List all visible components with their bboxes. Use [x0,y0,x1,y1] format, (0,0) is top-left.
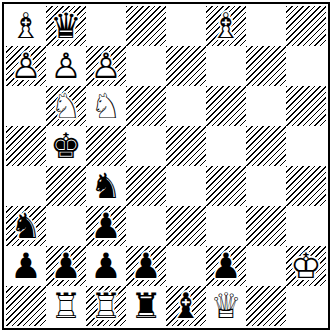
piece-halo: ♟ [86,246,126,286]
piece-halo: ♞ [86,86,126,126]
white-bishop-f8: ♗ [206,6,246,46]
white-knight-c6: ♘ [86,86,126,126]
square-e1[interactable]: ♝♝ [166,286,206,326]
piece-halo: ♚ [46,126,86,166]
square-b7[interactable]: ♟♙ [46,46,86,86]
square-a4[interactable] [6,166,46,206]
square-e8[interactable] [166,6,206,46]
square-g5[interactable] [246,126,286,166]
square-h7[interactable] [286,46,326,86]
square-f1[interactable]: ♛♕ [206,286,246,326]
square-a1[interactable] [6,286,46,326]
square-c5[interactable] [86,126,126,166]
square-a5[interactable] [6,126,46,166]
black-pawn-b2: ♟ [46,246,86,286]
black-king-b5: ♚ [46,126,86,166]
square-d5[interactable] [126,126,166,166]
black-pawn-d2: ♟ [126,246,166,286]
square-f3[interactable] [206,206,246,246]
white-knight-b6: ♘ [46,86,86,126]
black-pawn-c2: ♟ [86,246,126,286]
black-rook-d1: ♜ [126,286,166,326]
square-a6[interactable] [6,86,46,126]
square-c8[interactable] [86,6,126,46]
square-c3[interactable]: ♟♟ [86,206,126,246]
white-rook-b1: ♖ [46,286,86,326]
chess-diagram: ♝♗♛♛♝♗♟♙♟♙♟♙♞♘♞♘♚♚♞♞♞♞♟♟♟♟♟♟♟♟♟♟♟♟♚♔♜♖♜♖… [0,0,332,332]
piece-halo: ♜ [46,286,86,326]
square-g6[interactable] [246,86,286,126]
square-c1[interactable]: ♜♖ [86,286,126,326]
square-f5[interactable] [206,126,246,166]
black-knight-c4: ♞ [86,166,126,206]
square-c2[interactable]: ♟♟ [86,246,126,286]
piece-halo: ♟ [6,246,46,286]
piece-halo: ♟ [86,206,126,246]
piece-halo: ♞ [6,206,46,246]
square-g8[interactable] [246,6,286,46]
square-g3[interactable] [246,206,286,246]
square-h8[interactable] [286,6,326,46]
piece-halo: ♚ [286,246,326,286]
piece-halo: ♟ [46,46,86,86]
piece-halo: ♝ [206,6,246,46]
piece-halo: ♜ [126,286,166,326]
black-knight-a3: ♞ [6,206,46,246]
piece-halo: ♞ [46,86,86,126]
black-pawn-a2: ♟ [6,246,46,286]
white-king-h2: ♔ [286,246,326,286]
square-f2[interactable]: ♟♟ [206,246,246,286]
square-e2[interactable] [166,246,206,286]
square-h2[interactable]: ♚♔ [286,246,326,286]
square-e7[interactable] [166,46,206,86]
piece-halo: ♝ [166,286,206,326]
square-b6[interactable]: ♞♘ [46,86,86,126]
square-b3[interactable] [46,206,86,246]
square-b5[interactable]: ♚♚ [46,126,86,166]
square-f7[interactable] [206,46,246,86]
square-d6[interactable] [126,86,166,126]
square-d7[interactable] [126,46,166,86]
square-d1[interactable]: ♜♜ [126,286,166,326]
piece-halo: ♟ [46,246,86,286]
square-f8[interactable]: ♝♗ [206,6,246,46]
square-g7[interactable] [246,46,286,86]
black-pawn-f2: ♟ [206,246,246,286]
white-pawn-c7: ♙ [86,46,126,86]
piece-halo: ♜ [86,286,126,326]
square-e5[interactable] [166,126,206,166]
square-a7[interactable]: ♟♙ [6,46,46,86]
square-d4[interactable] [126,166,166,206]
square-c4[interactable]: ♞♞ [86,166,126,206]
white-rook-c1: ♖ [86,286,126,326]
square-c7[interactable]: ♟♙ [86,46,126,86]
piece-halo: ♛ [206,286,246,326]
piece-halo: ♟ [6,46,46,86]
white-pawn-a7: ♙ [6,46,46,86]
black-bishop-e1: ♝ [166,286,206,326]
white-queen-f1: ♕ [206,286,246,326]
piece-halo: ♝ [6,6,46,46]
square-d2[interactable]: ♟♟ [126,246,166,286]
square-d3[interactable] [126,206,166,246]
black-pawn-c3: ♟ [86,206,126,246]
square-h4[interactable] [286,166,326,206]
square-e6[interactable] [166,86,206,126]
square-b8[interactable]: ♛♛ [46,6,86,46]
board-border: ♝♗♛♛♝♗♟♙♟♙♟♙♞♘♞♘♚♚♞♞♞♞♟♟♟♟♟♟♟♟♟♟♟♟♚♔♜♖♜♖… [2,2,330,330]
white-pawn-b7: ♙ [46,46,86,86]
square-g1[interactable] [246,286,286,326]
piece-halo: ♟ [86,46,126,86]
chess-board: ♝♗♛♛♝♗♟♙♟♙♟♙♞♘♞♘♚♚♞♞♞♞♟♟♟♟♟♟♟♟♟♟♟♟♚♔♜♖♜♖… [6,6,326,326]
square-g4[interactable] [246,166,286,206]
square-a3[interactable]: ♞♞ [6,206,46,246]
square-b2[interactable]: ♟♟ [46,246,86,286]
square-d8[interactable] [126,6,166,46]
white-bishop-a8: ♗ [6,6,46,46]
square-f6[interactable] [206,86,246,126]
black-queen-b8: ♛ [46,6,86,46]
piece-halo: ♟ [206,246,246,286]
piece-halo: ♟ [126,246,166,286]
piece-halo: ♛ [46,6,86,46]
square-h1[interactable] [286,286,326,326]
square-f4[interactable] [206,166,246,206]
piece-halo: ♞ [86,166,126,206]
square-c6[interactable]: ♞♘ [86,86,126,126]
square-h6[interactable] [286,86,326,126]
square-g2[interactable] [246,246,286,286]
square-e3[interactable] [166,206,206,246]
square-b1[interactable]: ♜♖ [46,286,86,326]
square-e4[interactable] [166,166,206,206]
square-a8[interactable]: ♝♗ [6,6,46,46]
square-a2[interactable]: ♟♟ [6,246,46,286]
square-h5[interactable] [286,126,326,166]
square-b4[interactable] [46,166,86,206]
square-h3[interactable] [286,206,326,246]
